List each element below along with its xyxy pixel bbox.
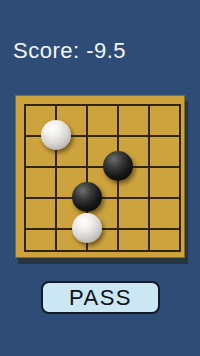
grid-cell[interactable] [148,135,179,166]
grid-cell[interactable] [86,104,117,135]
white-stone [41,120,71,150]
black-stone [103,151,133,181]
grid-cell[interactable] [148,166,179,197]
grid-cell[interactable] [24,197,55,228]
white-stone [72,213,102,243]
go-board[interactable] [15,95,185,258]
grid-cell[interactable] [117,228,148,250]
grid-cell[interactable] [117,104,148,135]
grid-cell[interactable] [148,197,179,228]
pass-button[interactable]: PASS [41,281,160,314]
grid-cell[interactable] [148,104,179,135]
app-screen: Score: -9.5 PASS [0,0,200,356]
black-stone [72,182,102,212]
grid-cell[interactable] [24,228,55,250]
grid-cell[interactable] [117,197,148,228]
grid-cell[interactable] [148,228,179,250]
score-text: Score: -9.5 [13,38,126,64]
grid-cell[interactable] [24,166,55,197]
